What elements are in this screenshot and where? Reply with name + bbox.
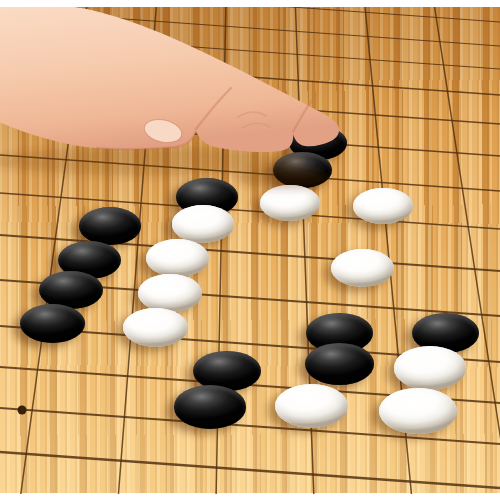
fingertip-shadow [237,167,329,189]
product-photo-frame: ●●●○○○●○●○●○●○●●●○●○●○ [0,0,500,500]
white-margin-top [0,0,500,7]
player-hand [0,0,500,500]
white-margin-bottom [0,496,500,500]
